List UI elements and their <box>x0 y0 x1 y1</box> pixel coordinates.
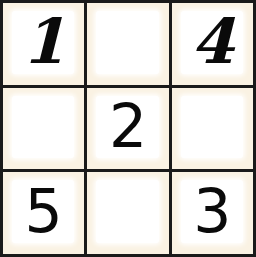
cell-white-inset <box>96 11 158 74</box>
digit-r2c2: 2 <box>87 88 168 170</box>
digit-r3c3: 3 <box>172 172 253 254</box>
cell-white-inset <box>12 96 74 159</box>
cell-r2c3[interactable] <box>172 88 253 170</box>
puzzle-board: 14253 <box>0 0 256 257</box>
digit-r3c1: 5 <box>3 172 84 254</box>
cell-white-inset <box>96 180 158 243</box>
cell-white-inset <box>181 96 243 159</box>
digit-r1c3: 4 <box>172 3 253 85</box>
cell-r2c1[interactable] <box>3 88 84 170</box>
cell-r2c2[interactable]: 2 <box>87 88 168 170</box>
cell-r3c2[interactable] <box>87 172 168 254</box>
cell-r1c2[interactable] <box>87 3 168 85</box>
digit-r1c1: 1 <box>3 3 84 85</box>
cell-r1c1[interactable]: 1 <box>3 3 84 85</box>
cell-r3c3[interactable]: 3 <box>172 172 253 254</box>
cell-r1c3[interactable]: 4 <box>172 3 253 85</box>
cell-r3c1[interactable]: 5 <box>3 172 84 254</box>
